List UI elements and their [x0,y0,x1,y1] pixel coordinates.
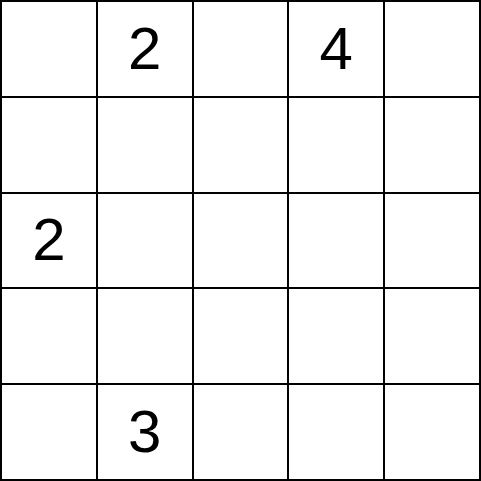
grid-cell-r1c1[interactable] [2,2,96,96]
puzzle-grid: 2423 [0,0,481,481]
grid-cell-r1c4[interactable]: 4 [289,2,383,96]
grid-cell-r2c5[interactable] [385,98,479,192]
grid-cell-r5c1[interactable] [2,385,96,479]
grid-cell-r1c5[interactable] [385,2,479,96]
grid-cell-r2c3[interactable] [194,98,288,192]
grid-cell-r4c5[interactable] [385,289,479,383]
grid-cell-r2c4[interactable] [289,98,383,192]
grid-cell-r3c5[interactable] [385,194,479,288]
grid-cell-r3c1[interactable]: 2 [2,194,96,288]
grid-cell-r1c2[interactable]: 2 [98,2,192,96]
puzzle-board: 2423 [0,0,481,481]
grid-cell-r3c3[interactable] [194,194,288,288]
grid-cell-r5c4[interactable] [289,385,383,479]
grid-cell-r3c2[interactable] [98,194,192,288]
grid-cell-r4c1[interactable] [2,289,96,383]
grid-cell-r2c1[interactable] [2,98,96,192]
grid-cell-r1c3[interactable] [194,2,288,96]
grid-cell-r4c4[interactable] [289,289,383,383]
grid-cell-r5c2[interactable]: 3 [98,385,192,479]
grid-cell-r2c2[interactable] [98,98,192,192]
grid-cell-r4c3[interactable] [194,289,288,383]
grid-cell-r5c3[interactable] [194,385,288,479]
grid-cell-r3c4[interactable] [289,194,383,288]
grid-cell-r5c5[interactable] [385,385,479,479]
grid-cell-r4c2[interactable] [98,289,192,383]
